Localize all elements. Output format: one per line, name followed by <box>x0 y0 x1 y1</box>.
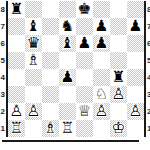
piece-white-rook[interactable]: ♖ <box>59 120 76 137</box>
square-f1[interactable] <box>93 120 110 137</box>
square-h1[interactable] <box>127 120 144 137</box>
square-d7[interactable]: ♞ <box>59 18 76 35</box>
square-b8[interactable] <box>25 1 42 18</box>
piece-white-king[interactable]: ♔ <box>110 120 127 137</box>
square-g7[interactable] <box>110 18 127 35</box>
piece-black-bishop[interactable]: ♝ <box>25 18 42 35</box>
piece-black-rook[interactable]: ♜ <box>110 69 127 86</box>
square-c7[interactable] <box>42 18 59 35</box>
rank-label-5-right: 5 <box>146 52 150 69</box>
square-a1[interactable]: ♖ <box>8 120 25 137</box>
square-f5[interactable] <box>93 52 110 69</box>
board-baseline <box>2 140 139 142</box>
square-e4[interactable] <box>76 69 93 86</box>
square-c1[interactable]: ♗ <box>42 120 59 137</box>
square-d4[interactable]: ♟ <box>59 69 76 86</box>
piece-black-rook[interactable]: ♜ <box>8 1 25 18</box>
square-b1[interactable] <box>25 120 42 137</box>
square-b3[interactable] <box>25 86 42 103</box>
square-e8[interactable]: ♚ <box>76 1 93 18</box>
square-a4[interactable] <box>8 69 25 86</box>
square-a8[interactable]: ♜ <box>8 1 25 18</box>
piece-black-king[interactable]: ♚ <box>76 1 93 18</box>
square-f7[interactable]: ♟ <box>93 18 110 35</box>
square-b2[interactable]: ♙ <box>25 103 42 120</box>
square-h7[interactable]: ♟ <box>127 18 144 35</box>
rank-label-2-right: 2 <box>146 103 150 120</box>
square-g5[interactable] <box>110 52 127 69</box>
piece-white-knight[interactable]: ♘ <box>93 86 110 103</box>
square-e7[interactable] <box>76 18 93 35</box>
square-c5[interactable] <box>42 52 59 69</box>
rank-label-4-right: 4 <box>146 69 150 86</box>
square-a7[interactable] <box>8 18 25 35</box>
square-h6[interactable] <box>127 35 144 52</box>
square-b5[interactable]: ♗ <box>25 52 42 69</box>
piece-black-pawn[interactable]: ♟ <box>127 18 144 35</box>
piece-white-pawn[interactable]: ♙ <box>110 86 127 103</box>
square-b4[interactable] <box>25 69 42 86</box>
square-d3[interactable] <box>59 86 76 103</box>
square-c2[interactable] <box>42 103 59 120</box>
rank-label-7-right: 7 <box>146 18 150 35</box>
square-h3[interactable] <box>127 86 144 103</box>
square-d1[interactable]: ♖ <box>59 120 76 137</box>
rank-label-8-right: 8 <box>146 1 150 18</box>
square-g8[interactable] <box>110 1 127 18</box>
piece-black-queen[interactable]: ♛ <box>25 35 42 52</box>
square-g4[interactable]: ♜ <box>110 69 127 86</box>
rank-label-3-right: 3 <box>146 86 150 103</box>
piece-white-rook[interactable]: ♖ <box>8 120 25 137</box>
piece-black-pawn[interactable]: ♟ <box>93 35 110 52</box>
piece-black-pawn[interactable]: ♟ <box>59 69 76 86</box>
piece-black-bishop[interactable]: ♝ <box>59 35 76 52</box>
square-a5[interactable] <box>8 52 25 69</box>
rank-label-6-right: 6 <box>146 35 150 52</box>
piece-black-knight[interactable]: ♞ <box>59 18 76 35</box>
square-g6[interactable] <box>110 35 127 52</box>
square-c3[interactable] <box>42 86 59 103</box>
square-h4[interactable] <box>127 69 144 86</box>
square-a3[interactable] <box>8 86 25 103</box>
square-e6[interactable]: ♟ <box>76 35 93 52</box>
square-e5[interactable] <box>76 52 93 69</box>
piece-black-pawn[interactable]: ♟ <box>76 35 93 52</box>
rank-labels-right: 87654321 <box>146 1 150 137</box>
square-f4[interactable] <box>93 69 110 86</box>
square-h5[interactable] <box>127 52 144 69</box>
square-c6[interactable] <box>42 35 59 52</box>
piece-white-pawn[interactable]: ♙ <box>93 103 110 120</box>
piece-white-pawn[interactable]: ♙ <box>25 103 42 120</box>
piece-white-pawn[interactable]: ♙ <box>127 103 144 120</box>
square-d2[interactable] <box>59 103 76 120</box>
square-a2[interactable]: ♙ <box>8 103 25 120</box>
chess-board-diagram: 87654321 ♜♚♝♞♟♟♛♝♟♟♗♟♜♘♙♙♙♕♙♙♖♗♖♔ 876543… <box>0 0 150 150</box>
square-h2[interactable]: ♙ <box>127 103 144 120</box>
piece-black-pawn[interactable]: ♟ <box>93 18 110 35</box>
square-f2[interactable]: ♙ <box>93 103 110 120</box>
square-a6[interactable] <box>8 35 25 52</box>
piece-white-pawn[interactable]: ♙ <box>8 103 25 120</box>
square-e2[interactable]: ♕ <box>76 103 93 120</box>
square-e3[interactable] <box>76 86 93 103</box>
square-g2[interactable] <box>110 103 127 120</box>
square-g1[interactable]: ♔ <box>110 120 127 137</box>
piece-white-bishop[interactable]: ♗ <box>25 52 42 69</box>
square-e1[interactable] <box>76 120 93 137</box>
chess-board: ♜♚♝♞♟♟♛♝♟♟♗♟♜♘♙♙♙♕♙♙♖♗♖♔ <box>8 1 144 137</box>
square-b6[interactable]: ♛ <box>25 35 42 52</box>
square-d6[interactable]: ♝ <box>59 35 76 52</box>
rank-label-1-right: 1 <box>146 120 150 137</box>
square-c4[interactable] <box>42 69 59 86</box>
square-g3[interactable]: ♙ <box>110 86 127 103</box>
square-d8[interactable] <box>59 1 76 18</box>
square-f3[interactable]: ♘ <box>93 86 110 103</box>
square-f6[interactable]: ♟ <box>93 35 110 52</box>
square-d5[interactable] <box>59 52 76 69</box>
piece-white-bishop[interactable]: ♗ <box>42 120 59 137</box>
piece-white-queen[interactable]: ♕ <box>76 103 93 120</box>
board-frame: ♜♚♝♞♟♟♛♝♟♟♗♟♜♘♙♙♙♕♙♙♖♗♖♔ <box>6 1 146 137</box>
square-f8[interactable] <box>93 1 110 18</box>
square-h8[interactable] <box>127 1 144 18</box>
square-b7[interactable]: ♝ <box>25 18 42 35</box>
square-c8[interactable] <box>42 1 59 18</box>
